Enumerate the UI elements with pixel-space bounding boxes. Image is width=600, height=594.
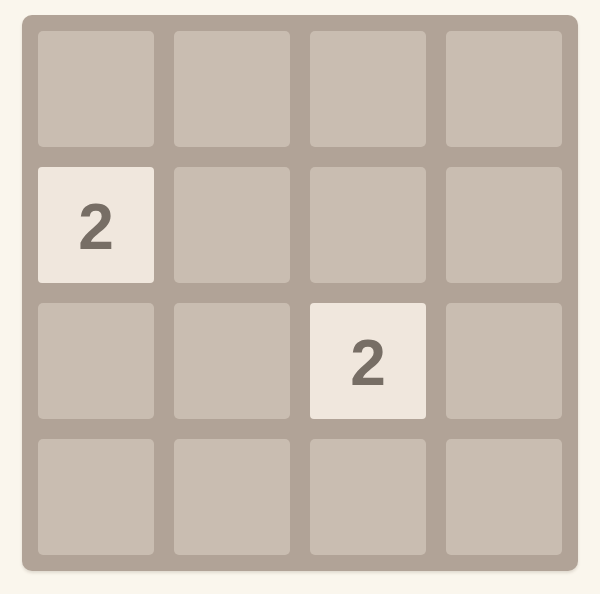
empty-cell-r1c1 [174, 167, 290, 283]
empty-cell-r3c0 [38, 439, 154, 555]
empty-cell-r0c1 [174, 31, 290, 147]
board-2048[interactable]: 22 [22, 15, 578, 571]
empty-cell-r3c3 [446, 439, 562, 555]
tile-2-r1c0: 2 [38, 167, 154, 283]
empty-cell-r1c2 [310, 167, 426, 283]
empty-cell-r0c3 [446, 31, 562, 147]
empty-cell-r1c3 [446, 167, 562, 283]
empty-cell-r2c3 [446, 303, 562, 419]
empty-cell-r3c1 [174, 439, 290, 555]
empty-cell-r0c2 [310, 31, 426, 147]
tile-2-r2c2: 2 [310, 303, 426, 419]
empty-cell-r2c0 [38, 303, 154, 419]
empty-cell-r0c0 [38, 31, 154, 147]
empty-cell-r2c1 [174, 303, 290, 419]
empty-cell-r3c2 [310, 439, 426, 555]
